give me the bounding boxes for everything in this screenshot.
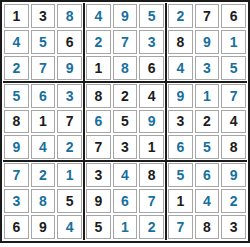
cell-r2c5[interactable]: 7 [113, 30, 138, 54]
cell-r8c7[interactable]: 1 [168, 189, 193, 213]
cell-r7c2[interactable]: 2 [31, 163, 56, 187]
cell-r1c8[interactable]: 7 [195, 4, 220, 28]
cell-r3c5[interactable]: 8 [113, 56, 138, 80]
cell-r2c6[interactable]: 3 [139, 30, 164, 54]
cell-r5c9[interactable]: 4 [221, 110, 246, 134]
cell-r3c4[interactable]: 1 [86, 56, 111, 80]
cell-r1c5[interactable]: 9 [113, 4, 138, 28]
cell-r9c6[interactable]: 2 [139, 215, 164, 239]
cell-r8c5[interactable]: 6 [113, 189, 138, 213]
cell-r1c3[interactable]: 8 [57, 4, 82, 28]
cell-r3c1[interactable]: 2 [4, 56, 29, 80]
cell-r6c4[interactable]: 7 [86, 135, 111, 159]
cell-r9c3[interactable]: 4 [57, 215, 82, 239]
cell-r8c6[interactable]: 7 [139, 189, 164, 213]
sudoku-box-7: 721385694 [3, 162, 83, 240]
cell-r7c6[interactable]: 8 [139, 163, 164, 187]
cell-r6c6[interactable]: 1 [139, 135, 164, 159]
cell-r5c7[interactable]: 3 [168, 110, 193, 134]
cell-r8c3[interactable]: 5 [57, 189, 82, 213]
cell-r1c2[interactable]: 3 [31, 4, 56, 28]
cell-r5c5[interactable]: 5 [113, 110, 138, 134]
cell-r3c8[interactable]: 3 [195, 56, 220, 80]
sudoku-box-3: 276891435 [167, 3, 247, 81]
cell-r9c1[interactable]: 6 [4, 215, 29, 239]
cell-r3c6[interactable]: 6 [139, 56, 164, 80]
sudoku-box-5: 824659731 [85, 83, 165, 161]
cell-r6c2[interactable]: 4 [31, 135, 56, 159]
cell-r2c4[interactable]: 2 [86, 30, 111, 54]
cell-r7c8[interactable]: 6 [195, 163, 220, 187]
sudoku-box-8: 348967512 [85, 162, 165, 240]
cell-r9c2[interactable]: 9 [31, 215, 56, 239]
cell-r5c4[interactable]: 6 [86, 110, 111, 134]
cell-r5c2[interactable]: 1 [31, 110, 56, 134]
cell-r6c9[interactable]: 8 [221, 135, 246, 159]
cell-r8c1[interactable]: 3 [4, 189, 29, 213]
sudoku-box-2: 495273186 [85, 3, 165, 81]
cell-r5c3[interactable]: 7 [57, 110, 82, 134]
cell-r5c8[interactable]: 2 [195, 110, 220, 134]
cell-r7c5[interactable]: 4 [113, 163, 138, 187]
cell-r2c1[interactable]: 4 [4, 30, 29, 54]
cell-r4c2[interactable]: 6 [31, 84, 56, 108]
cell-r4c7[interactable]: 9 [168, 84, 193, 108]
cell-r6c7[interactable]: 6 [168, 135, 193, 159]
cell-r1c1[interactable]: 1 [4, 4, 29, 28]
sudoku-box-1: 138456279 [3, 3, 83, 81]
cell-r7c3[interactable]: 1 [57, 163, 82, 187]
cell-r2c9[interactable]: 1 [221, 30, 246, 54]
cell-r1c7[interactable]: 2 [168, 4, 193, 28]
cell-r8c4[interactable]: 9 [86, 189, 111, 213]
cell-r1c4[interactable]: 4 [86, 4, 111, 28]
sudoku-box-6: 917324658 [167, 83, 247, 161]
cell-r8c2[interactable]: 8 [31, 189, 56, 213]
cell-r9c9[interactable]: 3 [221, 215, 246, 239]
cell-r5c1[interactable]: 8 [4, 110, 29, 134]
cell-r3c7[interactable]: 4 [168, 56, 193, 80]
cell-r4c1[interactable]: 5 [4, 84, 29, 108]
cell-r9c4[interactable]: 5 [86, 215, 111, 239]
cell-r7c7[interactable]: 5 [168, 163, 193, 187]
cell-r7c4[interactable]: 3 [86, 163, 111, 187]
cell-r8c8[interactable]: 4 [195, 189, 220, 213]
cell-r2c3[interactable]: 6 [57, 30, 82, 54]
cell-r2c7[interactable]: 8 [168, 30, 193, 54]
cell-r4c6[interactable]: 4 [139, 84, 164, 108]
sudoku-box-4: 563817942 [3, 83, 83, 161]
cell-r9c8[interactable]: 8 [195, 215, 220, 239]
cell-r1c6[interactable]: 5 [139, 4, 164, 28]
cell-r7c9[interactable]: 9 [221, 163, 246, 187]
cell-r3c2[interactable]: 7 [31, 56, 56, 80]
sudoku-box-9: 569142783 [167, 162, 247, 240]
cell-r4c5[interactable]: 2 [113, 84, 138, 108]
cell-r2c8[interactable]: 9 [195, 30, 220, 54]
cell-r4c8[interactable]: 1 [195, 84, 220, 108]
cell-r7c1[interactable]: 7 [4, 163, 29, 187]
cell-r4c9[interactable]: 7 [221, 84, 246, 108]
sudoku-grid: 1384562794952731862768914355638179428246… [3, 3, 247, 240]
cell-r4c3[interactable]: 3 [57, 84, 82, 108]
cell-r3c9[interactable]: 5 [221, 56, 246, 80]
cell-r6c3[interactable]: 2 [57, 135, 82, 159]
cell-r1c9[interactable]: 6 [221, 4, 246, 28]
cell-r4c4[interactable]: 8 [86, 84, 111, 108]
cell-r6c5[interactable]: 3 [113, 135, 138, 159]
cell-r6c1[interactable]: 9 [4, 135, 29, 159]
cell-r5c6[interactable]: 9 [139, 110, 164, 134]
cell-r9c7[interactable]: 7 [168, 215, 193, 239]
cell-r6c8[interactable]: 5 [195, 135, 220, 159]
cell-r8c9[interactable]: 2 [221, 189, 246, 213]
cell-r3c3[interactable]: 9 [57, 56, 82, 80]
cell-r2c2[interactable]: 5 [31, 30, 56, 54]
sudoku-board: 1384562794952731862768914355638179428246… [0, 0, 250, 243]
cell-r9c5[interactable]: 1 [113, 215, 138, 239]
